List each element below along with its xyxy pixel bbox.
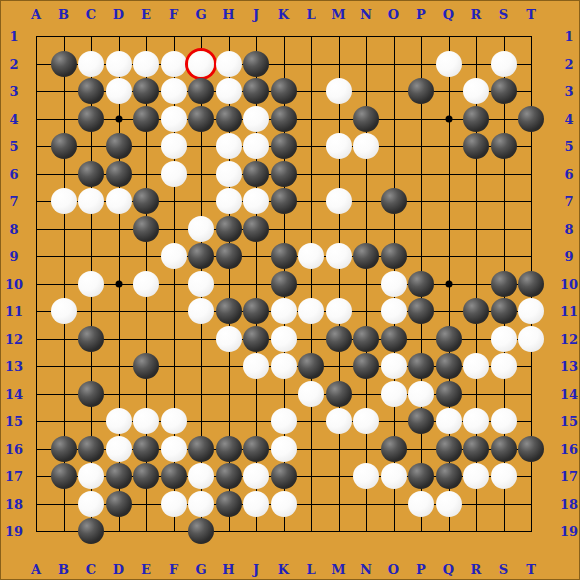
- stone-black-K5: [271, 133, 297, 159]
- stone-black-H17: [216, 463, 242, 489]
- stone-white-M9: [326, 243, 352, 269]
- coord-top-D: D: [113, 8, 124, 21]
- coord-bottom-K: K: [278, 563, 289, 576]
- stone-white-Q15: [436, 408, 462, 434]
- coord-bottom-S: S: [499, 563, 508, 576]
- stone-black-J3: [243, 78, 269, 104]
- stone-black-J16: [243, 436, 269, 462]
- stone-white-S15: [491, 408, 517, 434]
- stone-black-K6: [271, 161, 297, 187]
- star-point-Q10: [445, 280, 452, 287]
- stone-white-F2: [161, 51, 187, 77]
- stone-white-O17: [381, 463, 407, 489]
- coord-bottom-G: G: [195, 563, 206, 576]
- stone-black-J6: [243, 161, 269, 187]
- stone-white-O10: [381, 271, 407, 297]
- stone-black-N13: [353, 353, 379, 379]
- stone-white-H5: [216, 133, 242, 159]
- stone-white-T12: [518, 326, 544, 352]
- coord-top-P: P: [416, 8, 426, 21]
- stone-white-B7: [51, 188, 77, 214]
- stone-black-O16: [381, 436, 407, 462]
- stone-white-L11: [298, 298, 324, 324]
- coord-right-2: 2: [564, 57, 573, 70]
- coord-top-C: C: [86, 8, 96, 21]
- stone-black-N12: [353, 326, 379, 352]
- stone-black-H9: [216, 243, 242, 269]
- stone-white-G10: [188, 271, 214, 297]
- stone-black-T10: [518, 271, 544, 297]
- stone-black-S3: [491, 78, 517, 104]
- coord-right-11: 11: [560, 305, 578, 318]
- stone-white-F18: [161, 491, 187, 517]
- stone-white-K15: [271, 408, 297, 434]
- coord-bottom-H: H: [222, 563, 234, 576]
- stone-black-C19: [78, 518, 104, 544]
- stone-white-G2-last-move-marker: [188, 51, 214, 77]
- coord-right-17: 17: [560, 470, 578, 483]
- coord-right-15: 15: [560, 415, 578, 428]
- grid-line-vertical: [339, 36, 340, 532]
- stone-white-S17: [491, 463, 517, 489]
- stone-white-J7: [243, 188, 269, 214]
- coord-top-T: T: [526, 8, 536, 21]
- stone-black-S16: [491, 436, 517, 462]
- stone-white-F16: [161, 436, 187, 462]
- stone-black-C3: [78, 78, 104, 104]
- stone-white-P18: [408, 491, 434, 517]
- stone-white-G18: [188, 491, 214, 517]
- coord-left-5: 5: [9, 140, 18, 153]
- stone-black-P3: [408, 78, 434, 104]
- stone-black-B17: [51, 463, 77, 489]
- stone-white-R3: [463, 78, 489, 104]
- stone-white-H3: [216, 78, 242, 104]
- stone-white-M7: [326, 188, 352, 214]
- stone-black-H16: [216, 436, 242, 462]
- coord-bottom-L: L: [306, 563, 315, 576]
- stone-black-G16: [188, 436, 214, 462]
- stone-black-E3: [133, 78, 159, 104]
- stone-white-T11: [518, 298, 544, 324]
- coord-left-16: 16: [5, 442, 23, 455]
- stone-black-N4: [353, 106, 379, 132]
- stone-white-N15: [353, 408, 379, 434]
- stone-white-Q18: [436, 491, 462, 517]
- stone-white-K16: [271, 436, 297, 462]
- stone-black-Q14: [436, 381, 462, 407]
- stone-black-K7: [271, 188, 297, 214]
- stone-white-K11: [271, 298, 297, 324]
- stone-white-O14: [381, 381, 407, 407]
- coord-right-1: 1: [564, 30, 573, 43]
- stone-white-C7: [78, 188, 104, 214]
- coord-left-9: 9: [9, 250, 18, 263]
- stone-black-H18: [216, 491, 242, 517]
- stone-black-M12: [326, 326, 352, 352]
- stone-white-D3: [106, 78, 132, 104]
- stone-black-C16: [78, 436, 104, 462]
- coord-right-7: 7: [564, 195, 573, 208]
- coord-top-S: S: [499, 8, 508, 21]
- stone-black-T4: [518, 106, 544, 132]
- coord-top-N: N: [360, 8, 372, 21]
- stone-white-R15: [463, 408, 489, 434]
- coord-right-13: 13: [560, 360, 578, 373]
- coord-left-18: 18: [5, 497, 23, 510]
- coord-top-J: J: [253, 8, 259, 21]
- go-board-screen: AABBCCDDEEFFGGHHJJKKLLMMNNOOPPQQRRSSTT11…: [0, 0, 580, 580]
- stone-white-P14: [408, 381, 434, 407]
- stone-white-C2: [78, 51, 104, 77]
- stone-white-D15: [106, 408, 132, 434]
- stone-black-O12: [381, 326, 407, 352]
- coord-top-O: O: [388, 8, 399, 21]
- stone-black-O7: [381, 188, 407, 214]
- stone-white-G11: [188, 298, 214, 324]
- stone-white-K13: [271, 353, 297, 379]
- stone-white-J18: [243, 491, 269, 517]
- coord-bottom-D: D: [113, 563, 124, 576]
- stone-black-G19: [188, 518, 214, 544]
- stone-white-N17: [353, 463, 379, 489]
- grid-line-vertical: [311, 36, 312, 532]
- coord-right-18: 18: [560, 497, 578, 510]
- coord-left-15: 15: [5, 415, 23, 428]
- stone-black-Q17: [436, 463, 462, 489]
- coord-left-3: 3: [9, 85, 18, 98]
- stone-black-R16: [463, 436, 489, 462]
- stone-white-C17: [78, 463, 104, 489]
- coord-bottom-A: A: [31, 563, 41, 576]
- stone-black-H11: [216, 298, 242, 324]
- stone-black-E17: [133, 463, 159, 489]
- stone-white-K18: [271, 491, 297, 517]
- stone-black-B5: [51, 133, 77, 159]
- coord-top-Q: Q: [443, 8, 454, 21]
- stone-black-M14: [326, 381, 352, 407]
- stone-black-Q13: [436, 353, 462, 379]
- stone-white-O11: [381, 298, 407, 324]
- coord-top-F: F: [169, 8, 178, 21]
- coord-right-5: 5: [564, 140, 573, 153]
- stone-black-C4: [78, 106, 104, 132]
- stone-black-K9: [271, 243, 297, 269]
- goban[interactable]: AABBCCDDEEFFGGHHJJKKLLMMNNOOPPQQRRSSTT11…: [1, 1, 580, 580]
- stone-white-F9: [161, 243, 187, 269]
- coord-right-3: 3: [564, 85, 573, 98]
- coord-bottom-F: F: [169, 563, 178, 576]
- stone-black-J8: [243, 216, 269, 242]
- stone-black-E7: [133, 188, 159, 214]
- coord-left-6: 6: [9, 167, 18, 180]
- stone-black-D17: [106, 463, 132, 489]
- stone-black-S10: [491, 271, 517, 297]
- coord-left-17: 17: [5, 470, 23, 483]
- coord-left-8: 8: [9, 222, 18, 235]
- stone-black-E13: [133, 353, 159, 379]
- stone-white-H7: [216, 188, 242, 214]
- stone-black-K4: [271, 106, 297, 132]
- stone-black-Q12: [436, 326, 462, 352]
- stone-white-M11: [326, 298, 352, 324]
- stone-black-P15: [408, 408, 434, 434]
- stone-white-F5: [161, 133, 187, 159]
- stone-black-F17: [161, 463, 187, 489]
- coord-bottom-N: N: [360, 563, 372, 576]
- stone-white-F4: [161, 106, 187, 132]
- stone-black-C12: [78, 326, 104, 352]
- coord-right-10: 10: [560, 277, 578, 290]
- coord-right-9: 9: [564, 250, 573, 263]
- stone-white-B11: [51, 298, 77, 324]
- stone-black-L13: [298, 353, 324, 379]
- stone-black-B16: [51, 436, 77, 462]
- star-point-Q4: [445, 115, 452, 122]
- coord-left-13: 13: [5, 360, 23, 373]
- stone-white-L14: [298, 381, 324, 407]
- stone-black-H4: [216, 106, 242, 132]
- stone-white-F15: [161, 408, 187, 434]
- coord-left-2: 2: [9, 57, 18, 70]
- stone-black-Q16: [436, 436, 462, 462]
- stone-white-S13: [491, 353, 517, 379]
- stone-white-D2: [106, 51, 132, 77]
- stone-white-H2: [216, 51, 242, 77]
- coord-right-16: 16: [560, 442, 578, 455]
- stone-black-E16: [133, 436, 159, 462]
- stone-black-D18: [106, 491, 132, 517]
- stone-black-C14: [78, 381, 104, 407]
- stone-white-S2: [491, 51, 517, 77]
- stone-black-E8: [133, 216, 159, 242]
- coord-bottom-T: T: [526, 563, 536, 576]
- coord-bottom-P: P: [416, 563, 426, 576]
- stone-black-R5: [463, 133, 489, 159]
- stone-black-P17: [408, 463, 434, 489]
- coord-right-6: 6: [564, 167, 573, 180]
- stone-black-E4: [133, 106, 159, 132]
- stone-white-G8: [188, 216, 214, 242]
- stone-white-J13: [243, 353, 269, 379]
- stone-black-H8: [216, 216, 242, 242]
- stone-black-S11: [491, 298, 517, 324]
- coord-right-14: 14: [560, 387, 578, 400]
- stone-black-T16: [518, 436, 544, 462]
- stone-black-B2: [51, 51, 77, 77]
- stone-black-S5: [491, 133, 517, 159]
- stone-white-M3: [326, 78, 352, 104]
- coord-top-R: R: [471, 8, 482, 21]
- stone-black-K17: [271, 463, 297, 489]
- stone-black-N9: [353, 243, 379, 269]
- coord-left-4: 4: [9, 112, 18, 125]
- stone-black-J11: [243, 298, 269, 324]
- stone-white-C10: [78, 271, 104, 297]
- stone-white-D16: [106, 436, 132, 462]
- stone-white-K12: [271, 326, 297, 352]
- coord-left-19: 19: [5, 525, 23, 538]
- stone-white-H6: [216, 161, 242, 187]
- stone-white-C18: [78, 491, 104, 517]
- coord-bottom-J: J: [253, 563, 259, 576]
- coord-bottom-M: M: [331, 563, 345, 576]
- coord-top-E: E: [141, 8, 151, 21]
- stone-white-M15: [326, 408, 352, 434]
- coord-bottom-C: C: [86, 563, 96, 576]
- coord-top-G: G: [195, 8, 206, 21]
- stone-black-K10: [271, 271, 297, 297]
- coord-bottom-Q: Q: [443, 563, 454, 576]
- stone-white-S12: [491, 326, 517, 352]
- stone-black-R4: [463, 106, 489, 132]
- coord-right-12: 12: [560, 332, 578, 345]
- grid-line-horizontal: [36, 531, 532, 532]
- stone-black-C6: [78, 161, 104, 187]
- stone-white-Q2: [436, 51, 462, 77]
- stone-white-E10: [133, 271, 159, 297]
- stone-white-J4: [243, 106, 269, 132]
- stone-white-F3: [161, 78, 187, 104]
- stone-white-E15: [133, 408, 159, 434]
- coord-left-10: 10: [5, 277, 23, 290]
- star-point-D4: [115, 115, 122, 122]
- coord-top-M: M: [331, 8, 345, 21]
- stone-white-R17: [463, 463, 489, 489]
- stone-black-G4: [188, 106, 214, 132]
- stone-black-P11: [408, 298, 434, 324]
- stone-white-G17: [188, 463, 214, 489]
- coord-top-K: K: [278, 8, 289, 21]
- coord-bottom-E: E: [141, 563, 151, 576]
- stone-black-D5: [106, 133, 132, 159]
- stone-white-J17: [243, 463, 269, 489]
- stone-white-H12: [216, 326, 242, 352]
- stone-white-L9: [298, 243, 324, 269]
- coord-bottom-R: R: [471, 563, 482, 576]
- stone-white-D7: [106, 188, 132, 214]
- stone-black-J2: [243, 51, 269, 77]
- coord-left-7: 7: [9, 195, 18, 208]
- stone-black-G3: [188, 78, 214, 104]
- stone-black-D6: [106, 161, 132, 187]
- star-point-D10: [115, 280, 122, 287]
- coord-top-H: H: [222, 8, 234, 21]
- stone-white-F6: [161, 161, 187, 187]
- stone-black-P13: [408, 353, 434, 379]
- stone-white-E2: [133, 51, 159, 77]
- stone-black-R11: [463, 298, 489, 324]
- stone-white-J5: [243, 133, 269, 159]
- coord-right-19: 19: [560, 525, 578, 538]
- stone-black-K3: [271, 78, 297, 104]
- coord-bottom-B: B: [58, 563, 69, 576]
- stone-black-P10: [408, 271, 434, 297]
- coord-bottom-O: O: [388, 563, 399, 576]
- coord-left-12: 12: [5, 332, 23, 345]
- coord-top-A: A: [31, 8, 41, 21]
- coord-top-L: L: [306, 8, 315, 21]
- coord-right-4: 4: [564, 112, 573, 125]
- coord-top-B: B: [58, 8, 69, 21]
- stone-black-G9: [188, 243, 214, 269]
- stone-white-N5: [353, 133, 379, 159]
- stone-black-J12: [243, 326, 269, 352]
- coord-left-11: 11: [5, 305, 23, 318]
- coord-right-8: 8: [564, 222, 573, 235]
- stone-white-R13: [463, 353, 489, 379]
- stone-white-O13: [381, 353, 407, 379]
- stone-black-O9: [381, 243, 407, 269]
- coord-left-1: 1: [9, 30, 18, 43]
- stone-white-M5: [326, 133, 352, 159]
- coord-left-14: 14: [5, 387, 23, 400]
